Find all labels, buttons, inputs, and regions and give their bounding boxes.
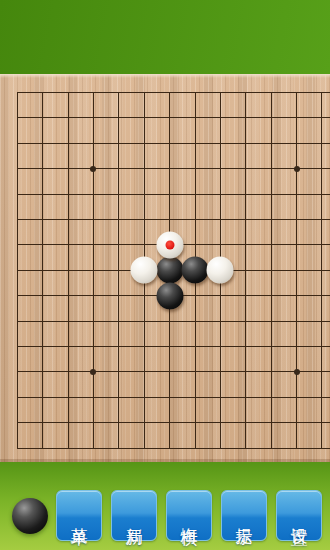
gomoku-app-screen: 菜单 新局 悔棋 提示 设置	[0, 0, 330, 550]
board-intersection[interactable]	[55, 308, 80, 333]
board-intersection[interactable]	[182, 181, 207, 206]
board-intersection[interactable]	[157, 80, 182, 105]
board-intersection[interactable]	[284, 80, 309, 105]
board-intersection[interactable]	[233, 105, 258, 130]
board-intersection[interactable]	[106, 283, 131, 308]
board-intersection[interactable]	[55, 181, 80, 206]
board-intersection[interactable]	[5, 80, 30, 105]
board-intersection[interactable]	[309, 181, 330, 206]
board-intersection[interactable]	[182, 156, 207, 181]
board-intersection[interactable]	[106, 80, 131, 105]
white-stone	[131, 257, 158, 284]
board-intersection[interactable]	[5, 385, 30, 410]
board-intersection[interactable]	[208, 232, 233, 257]
board-intersection[interactable]	[81, 258, 106, 283]
board-intersection[interactable]	[81, 410, 106, 435]
board-intersection[interactable]	[284, 258, 309, 283]
star-point	[294, 166, 300, 172]
black-stone	[156, 282, 183, 309]
board-intersection[interactable]	[208, 385, 233, 410]
board-intersection[interactable]	[81, 232, 106, 257]
board-intersection[interactable]	[233, 435, 258, 460]
board-intersection[interactable]	[259, 181, 284, 206]
board-intersection[interactable]	[55, 385, 80, 410]
board-intersection[interactable]	[5, 232, 30, 257]
board-intersection[interactable]	[5, 156, 30, 181]
board-intersection[interactable]	[233, 181, 258, 206]
board-intersection[interactable]	[30, 258, 55, 283]
board-intersection[interactable]	[208, 131, 233, 156]
board-intersection[interactable]	[233, 334, 258, 359]
board-intersection[interactable]	[259, 410, 284, 435]
white-stone	[207, 257, 234, 284]
board-intersection[interactable]	[309, 283, 330, 308]
star-point	[90, 369, 96, 375]
board-intersection[interactable]	[208, 80, 233, 105]
board-intersection[interactable]	[30, 308, 55, 333]
board-intersection[interactable]	[233, 156, 258, 181]
board-intersection[interactable]	[106, 308, 131, 333]
board-intersection[interactable]	[157, 181, 182, 206]
game-board[interactable]	[0, 74, 330, 462]
board-intersection[interactable]	[309, 410, 330, 435]
board-intersection[interactable]	[132, 308, 157, 333]
board-intersection[interactable]	[233, 232, 258, 257]
board-intersection[interactable]	[208, 156, 233, 181]
board-intersection[interactable]	[106, 156, 131, 181]
bottom-toolbar-area: 菜单 新局 悔棋 提示 设置	[0, 462, 330, 550]
board-intersection[interactable]	[182, 359, 207, 384]
board-intersection[interactable]	[157, 410, 182, 435]
board-intersection[interactable]	[259, 105, 284, 130]
board-intersection[interactable]	[309, 308, 330, 333]
board-intersection[interactable]	[284, 207, 309, 232]
board-intersection[interactable]	[233, 283, 258, 308]
board-intersection[interactable]	[157, 435, 182, 460]
board-intersection[interactable]	[132, 359, 157, 384]
board-intersection[interactable]	[30, 435, 55, 460]
board-intersection[interactable]	[132, 131, 157, 156]
board-intersection[interactable]	[182, 131, 207, 156]
board-intersection[interactable]	[309, 435, 330, 460]
board-intersection[interactable]	[30, 131, 55, 156]
board-intersection[interactable]	[55, 232, 80, 257]
board-intersection[interactable]	[106, 131, 131, 156]
board-intersection[interactable]	[5, 435, 30, 460]
board-intersection[interactable]	[5, 334, 30, 359]
board-intersection[interactable]	[157, 334, 182, 359]
board-intersection[interactable]	[106, 410, 131, 435]
board-intersection[interactable]	[106, 232, 131, 257]
board-intersection[interactable]	[55, 410, 80, 435]
board-intersection[interactable]	[157, 359, 182, 384]
board-intersection[interactable]	[157, 156, 182, 181]
board-intersection[interactable]	[106, 105, 131, 130]
board-intersection[interactable]	[259, 258, 284, 283]
board-intersection[interactable]	[55, 435, 80, 460]
new-game-button[interactable]: 新局	[111, 490, 157, 541]
board-intersection[interactable]	[106, 385, 131, 410]
board-intersection[interactable]	[81, 283, 106, 308]
board-intersection[interactable]	[132, 207, 157, 232]
board-intersection[interactable]	[106, 181, 131, 206]
board-intersection[interactable]	[182, 80, 207, 105]
board-intersection[interactable]	[233, 410, 258, 435]
board-intersection[interactable]	[208, 334, 233, 359]
board-intersection[interactable]	[106, 334, 131, 359]
board-intersection[interactable]	[81, 207, 106, 232]
board-intersection[interactable]	[30, 334, 55, 359]
board-intersection[interactable]	[182, 105, 207, 130]
board-intersection[interactable]	[208, 181, 233, 206]
board-intersection[interactable]	[284, 131, 309, 156]
menu-button[interactable]: 菜单	[56, 490, 102, 541]
board-intersection[interactable]	[106, 359, 131, 384]
board-intersection[interactable]	[309, 207, 330, 232]
board-intersection[interactable]	[5, 283, 30, 308]
board-intersection[interactable]	[106, 258, 131, 283]
board-intersection[interactable]	[208, 105, 233, 130]
board-intersection[interactable]	[132, 105, 157, 130]
board-intersection[interactable]	[5, 308, 30, 333]
board-intersection[interactable]	[30, 181, 55, 206]
board-intersection[interactable]	[284, 308, 309, 333]
board-intersection[interactable]	[132, 410, 157, 435]
board-intersection[interactable]	[233, 308, 258, 333]
board-intersection[interactable]	[182, 207, 207, 232]
board-intersection[interactable]	[55, 258, 80, 283]
board-intersection[interactable]	[259, 131, 284, 156]
board-intersection[interactable]	[106, 435, 131, 460]
board-intersection[interactable]	[259, 232, 284, 257]
last-move-marker	[165, 240, 174, 249]
board-intersection[interactable]	[259, 385, 284, 410]
board-intersection[interactable]	[157, 131, 182, 156]
board-intersection[interactable]	[132, 283, 157, 308]
board-intersection[interactable]	[30, 232, 55, 257]
board-intersection[interactable]	[259, 334, 284, 359]
board-intersection[interactable]	[55, 80, 80, 105]
board-intersection[interactable]	[309, 105, 330, 130]
board-intersection[interactable]	[30, 410, 55, 435]
board-intersection[interactable]	[233, 131, 258, 156]
board-intersection[interactable]	[182, 308, 207, 333]
board-intersection[interactable]	[81, 105, 106, 130]
undo-button[interactable]: 悔棋	[166, 490, 212, 541]
board-intersection[interactable]	[259, 207, 284, 232]
board-intersection[interactable]	[259, 359, 284, 384]
board-intersection[interactable]	[284, 385, 309, 410]
board-intersection[interactable]	[30, 156, 55, 181]
board-intersection[interactable]	[132, 156, 157, 181]
board-intersection[interactable]	[259, 283, 284, 308]
board-intersection[interactable]	[55, 283, 80, 308]
turn-indicator-black-stone	[12, 498, 48, 534]
board-intersection[interactable]	[233, 80, 258, 105]
board-intersection[interactable]	[132, 435, 157, 460]
board-intersection[interactable]	[182, 334, 207, 359]
board-intersection[interactable]	[284, 435, 309, 460]
board-intersection[interactable]	[284, 232, 309, 257]
board-intersection[interactable]	[55, 156, 80, 181]
board-intersection[interactable]	[132, 80, 157, 105]
board-intersection[interactable]	[55, 105, 80, 130]
settings-button[interactable]: 设置	[276, 490, 322, 541]
board-intersection[interactable]	[30, 207, 55, 232]
board-intersection[interactable]	[106, 207, 131, 232]
board-intersection[interactable]	[55, 334, 80, 359]
board-intersection[interactable]	[182, 283, 207, 308]
board-intersection[interactable]	[233, 258, 258, 283]
board-intersection[interactable]	[182, 385, 207, 410]
board-intersection[interactable]	[284, 283, 309, 308]
board-intersection[interactable]	[208, 207, 233, 232]
board-intersection[interactable]	[284, 334, 309, 359]
board-intersection[interactable]	[233, 207, 258, 232]
board-intersection[interactable]	[284, 105, 309, 130]
board-intersection[interactable]	[309, 156, 330, 181]
board-intersection[interactable]	[132, 385, 157, 410]
board-intersection[interactable]	[30, 359, 55, 384]
board-intersection[interactable]	[132, 334, 157, 359]
board-intersection[interactable]	[5, 181, 30, 206]
board-intersection[interactable]	[284, 181, 309, 206]
board-intersection[interactable]	[55, 131, 80, 156]
board-intersection[interactable]	[259, 156, 284, 181]
board-intersection[interactable]	[259, 80, 284, 105]
board-intersection[interactable]	[208, 308, 233, 333]
board-intersection[interactable]	[157, 105, 182, 130]
black-stone	[182, 257, 209, 284]
board-intersection[interactable]	[81, 385, 106, 410]
board-intersection[interactable]	[208, 283, 233, 308]
board-grid[interactable]	[5, 80, 330, 461]
board-intersection[interactable]	[81, 308, 106, 333]
star-point	[90, 166, 96, 172]
board-intersection[interactable]	[5, 105, 30, 130]
board-intersection[interactable]	[309, 80, 330, 105]
top-background	[0, 0, 330, 74]
board-intersection[interactable]	[81, 181, 106, 206]
board-intersection[interactable]	[309, 385, 330, 410]
board-intersection[interactable]	[182, 232, 207, 257]
board-intersection[interactable]	[259, 435, 284, 460]
black-stone	[156, 257, 183, 284]
board-intersection[interactable]	[81, 80, 106, 105]
board-intersection[interactable]	[157, 207, 182, 232]
board-intersection[interactable]	[309, 359, 330, 384]
board-intersection[interactable]	[55, 359, 80, 384]
hint-button[interactable]: 提示	[221, 490, 267, 541]
board-intersection[interactable]	[309, 258, 330, 283]
board-intersection[interactable]	[30, 105, 55, 130]
board-intersection[interactable]	[55, 207, 80, 232]
board-intersection[interactable]	[233, 385, 258, 410]
star-point	[294, 369, 300, 375]
board-intersection[interactable]	[157, 385, 182, 410]
board-intersection[interactable]	[5, 131, 30, 156]
toolbar: 菜单 新局 悔棋 提示 设置	[56, 490, 322, 541]
board-intersection[interactable]	[208, 359, 233, 384]
board-intersection[interactable]	[208, 435, 233, 460]
board-intersection[interactable]	[5, 258, 30, 283]
board-intersection[interactable]	[157, 308, 182, 333]
board-intersection[interactable]	[259, 308, 284, 333]
board-intersection[interactable]	[182, 435, 207, 460]
board-intersection[interactable]	[132, 181, 157, 206]
board-intersection[interactable]	[309, 131, 330, 156]
board-intersection[interactable]	[30, 80, 55, 105]
board-intersection[interactable]	[233, 359, 258, 384]
board-intersection[interactable]	[81, 131, 106, 156]
board-intersection[interactable]	[5, 410, 30, 435]
board-intersection[interactable]	[30, 385, 55, 410]
board-intersection[interactable]	[81, 334, 106, 359]
board-intersection[interactable]	[30, 283, 55, 308]
board-intersection[interactable]	[132, 232, 157, 257]
board-intersection[interactable]	[81, 435, 106, 460]
board-intersection[interactable]	[5, 207, 30, 232]
board-intersection[interactable]	[208, 410, 233, 435]
board-intersection[interactable]	[309, 334, 330, 359]
board-intersection[interactable]	[309, 232, 330, 257]
board-intersection[interactable]	[5, 359, 30, 384]
board-intersection[interactable]	[284, 410, 309, 435]
board-intersection[interactable]	[182, 410, 207, 435]
